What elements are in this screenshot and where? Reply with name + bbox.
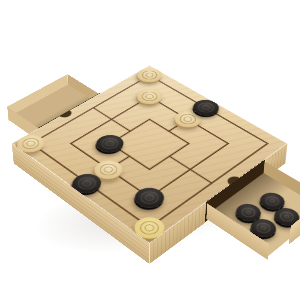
- scene: [0, 0, 300, 300]
- connector-right: [170, 156, 212, 183]
- piece-light-b6: [132, 86, 168, 107]
- piece-light-d2: [89, 157, 129, 183]
- product-photo-frame: [0, 0, 300, 300]
- piece-light-a7: [132, 65, 167, 85]
- piece-black-f2: [129, 184, 170, 212]
- connector-bottom: [87, 156, 129, 183]
- game-box: [12, 65, 288, 243]
- piece-black-c3: [91, 132, 129, 156]
